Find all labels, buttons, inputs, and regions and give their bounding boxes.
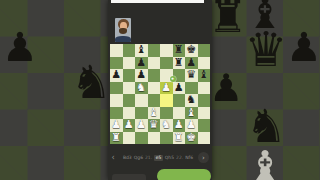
video-frame: ♟♞♜♝♛♟♟♞♝ ♝♜♚♟♜♟♟♟♛♝♞♟♟♞♝♝♟♟♟♛♞♟♟♜♜♚★ ‹ … [0,0,320,180]
square-h1[interactable] [198,132,211,145]
chess-board[interactable]: ♝♜♚♟♜♟♟♟♛♝♞♟♟♞♝♝♟♟♟♛♞♟♟♜♜♚★ [110,44,210,144]
square-c2[interactable]: ♟ [135,119,148,132]
square-a5[interactable] [110,82,123,95]
white-pawn[interactable]: ♟ [111,119,121,132]
white-pawn[interactable]: ♟ [174,119,184,132]
square-a4[interactable] [110,94,123,107]
white-pawn[interactable]: ♟ [186,119,196,132]
square-a2[interactable]: ♟ [110,119,123,132]
avatar-beard [119,28,127,34]
black-knight[interactable]: ♞ [186,94,196,107]
square-b1[interactable] [123,132,136,145]
avatar-shirt [115,36,131,43]
black-queen[interactable]: ♛ [186,69,196,82]
top-white-bar [111,0,204,3]
white-knight[interactable]: ♞ [136,82,146,95]
square-d1[interactable] [148,132,161,145]
square-b8[interactable] [123,44,136,57]
move-token[interactable]: e5 [154,155,163,161]
square-e1[interactable] [160,132,173,145]
black-rook[interactable]: ♜ [174,57,184,70]
white-queen[interactable]: ♛ [149,119,159,132]
square-e8[interactable] [160,44,173,57]
square-f5[interactable]: ♟ [173,82,186,95]
square-c1[interactable] [135,132,148,145]
black-pawn[interactable]: ♟ [136,69,146,82]
white-king[interactable]: ♚ [186,132,196,145]
square-d7[interactable] [148,57,161,70]
square-c4[interactable] [135,94,148,107]
square-g1[interactable]: ♚ [185,132,198,145]
square-d8[interactable] [148,44,161,57]
background-white-bishop: ♝ [243,144,287,180]
square-d5[interactable] [148,82,161,95]
primary-action-button[interactable] [157,169,211,180]
move-token[interactable]: 21. [145,155,152,160]
square-e4[interactable] [160,94,173,107]
white-rook[interactable]: ♜ [111,132,121,145]
previous-move-button[interactable]: ‹ [108,151,118,164]
square-h5[interactable] [198,82,211,95]
square-e7[interactable] [160,57,173,70]
move-token[interactable]: Bd3 [123,155,132,160]
square-f1[interactable]: ♜ [173,132,186,145]
move-token[interactable]: Qh5 [165,155,174,160]
move-list[interactable]: Bd3Qg621.e5Qh522.Nf6 [118,155,198,161]
black-bishop[interactable]: ♝ [199,69,209,82]
white-pawn[interactable]: ♟ [136,119,146,132]
background-black-queen: ♛ [242,24,290,74]
square-b7[interactable] [123,57,136,70]
square-f8[interactable]: ♜ [173,44,186,57]
square-h6[interactable]: ♝ [198,69,211,82]
black-bishop[interactable]: ♝ [136,44,146,57]
square-c8[interactable]: ♝ [135,44,148,57]
square-h3[interactable] [198,107,211,120]
square-d6[interactable] [148,69,161,82]
move-token[interactable]: Qg6 [134,155,143,160]
square-a1[interactable]: ♜ [110,132,123,145]
white-pawn[interactable]: ♟ [161,82,171,95]
black-king[interactable]: ♚ [186,44,196,57]
square-a6[interactable]: ♟ [110,69,123,82]
move-token[interactable]: 22. [176,155,183,160]
square-g4[interactable]: ♞ [185,94,198,107]
secondary-action-button[interactable] [112,174,146,180]
square-h8[interactable] [198,44,211,57]
white-knight[interactable]: ♞ [161,119,171,132]
square-h2[interactable] [198,119,211,132]
square-b6[interactable] [123,69,136,82]
black-pawn[interactable]: ♟ [111,69,121,82]
player-avatar[interactable] [115,18,131,42]
square-f2[interactable]: ♟ [173,119,186,132]
background-black-pawn: ♟ [0,26,40,68]
background-black-pawn: ♟ [284,26,320,68]
square-d4[interactable] [148,94,161,107]
black-rook[interactable]: ♜ [174,44,184,57]
square-c6[interactable]: ♟ [135,69,148,82]
square-g6[interactable]: ♛ [185,69,198,82]
phone-screen: ♝♜♚♟♜♟♟♟♛♝♞♟♟♞♝♝♟♟♟♛♞♟♟♜♜♚★ ‹ Bd3Qg621.e… [108,0,212,180]
square-b2[interactable]: ♟ [123,119,136,132]
move-navigation-bar: ‹ Bd3Qg621.e5Qh522.Nf6 › [108,151,212,164]
square-b4[interactable] [123,94,136,107]
square-c5[interactable]: ♞ [135,82,148,95]
square-h4[interactable] [198,94,211,107]
square-e5[interactable]: ♟ [160,82,173,95]
square-f4[interactable] [173,94,186,107]
background-black-pawn: ♟ [206,68,246,108]
square-f7[interactable]: ♜ [173,57,186,70]
black-pawn[interactable]: ♟ [174,82,184,95]
square-b5[interactable] [123,82,136,95]
square-d2[interactable]: ♛ [148,119,161,132]
white-pawn[interactable]: ♟ [124,119,134,132]
square-e2[interactable]: ♞ [160,119,173,132]
white-rook[interactable]: ♜ [174,132,184,145]
square-g8[interactable]: ♚ [185,44,198,57]
square-a8[interactable] [110,44,123,57]
best-move-badge: ★ [170,76,176,82]
move-token[interactable]: Nf6 [185,155,193,160]
square-g2[interactable]: ♟ [185,119,198,132]
next-move-button[interactable]: › [198,152,209,163]
